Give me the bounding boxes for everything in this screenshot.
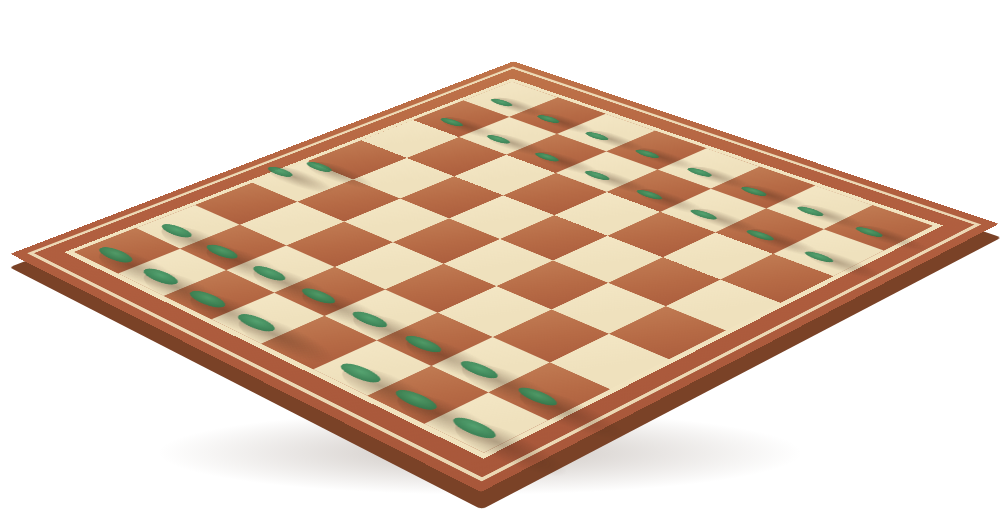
square-r8c8: ♜	[424, 393, 548, 453]
perspective-scene: ♜♞♝♚♛♝♞♜♟♟♟♟♟♟♟♟♟♟♟♟♟♟♟♟♜♞♝♚♝♞♜ ♛♛	[0, 0, 1000, 520]
black-queen: ♛	[236, 174, 307, 178]
square-r1c8: ♜	[824, 206, 933, 251]
chess-set-product-photo: ♜♞♝♚♛♝♞♜♟♟♟♟♟♟♟♟♟♟♟♟♟♟♟♟♜♞♝♚♝♞♜ ♛♛	[0, 0, 1000, 520]
black-rook: ♜	[420, 431, 508, 436]
board-grid: ♜♞♝♚♛♝♞♜♟♟♟♟♟♟♟♟♟♟♟♟♟♟♟♟♜♞♝♚♝♞♜	[64, 79, 942, 459]
square-r4c3	[400, 176, 503, 218]
black-king: ♚	[206, 325, 287, 329]
chess-board: ♜♞♝♚♛♝♞♜♟♟♟♟♟♟♟♟♟♟♟♟♟♟♟♟♜♞♝♚♝♞♜ ♛♛	[10, 61, 998, 492]
board-frame: ♜♞♝♚♛♝♞♜♟♟♟♟♟♟♟♟♟♟♟♟♟♟♟♟♜♞♝♚♝♞♜ ♛♛	[10, 61, 998, 492]
square-r2c8: ♟	[773, 229, 884, 276]
square-r3c7	[663, 233, 773, 280]
white-rook: ♜	[823, 234, 900, 238]
